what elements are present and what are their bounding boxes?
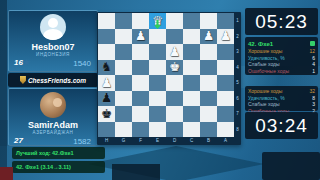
file-label: D xyxy=(166,137,183,145)
player-card-black: SamirAdam АЗЕРБАЙДЖАН 27★ 1582 xyxy=(8,88,98,146)
square-g7[interactable] xyxy=(115,106,132,122)
square-h8[interactable] xyxy=(98,122,115,138)
square-b8[interactable] xyxy=(200,122,217,138)
square-h3[interactable] xyxy=(98,44,115,60)
square-a3[interactable] xyxy=(217,44,234,60)
square-a4[interactable] xyxy=(217,60,234,76)
white-pawn: ♟ xyxy=(220,30,231,43)
star-icon: ★ xyxy=(23,136,30,145)
avatar-silhouette xyxy=(43,29,63,40)
move-eval-text: 42. Фxe1 (3.14→3.11) xyxy=(16,164,71,170)
white-player-name: Hesbon07 xyxy=(9,42,97,52)
rank-label: 7 xyxy=(234,106,241,122)
square-e1[interactable]: ♛ xyxy=(149,13,166,29)
square-b1[interactable] xyxy=(200,13,217,29)
square-g1[interactable] xyxy=(115,13,132,29)
file-label: C xyxy=(183,137,200,145)
square-d1[interactable] xyxy=(166,13,183,29)
square-f5[interactable] xyxy=(132,75,149,91)
rank-label: 5 xyxy=(234,75,241,91)
square-f3[interactable] xyxy=(132,44,149,60)
square-c8[interactable] xyxy=(183,122,200,138)
square-c1[interactable] xyxy=(183,13,200,29)
avatar-photo xyxy=(53,98,62,107)
good-move-indicator-icon xyxy=(310,41,315,46)
square-h4[interactable]: ♞ xyxy=(98,60,115,76)
logo-text: ChessFriends.com xyxy=(28,77,86,84)
black-player-country: АЗЕРБАЙДЖАН xyxy=(9,130,97,135)
black-stats-panel: Хорошие ходы32 Удачливость, %8 Слабые хо… xyxy=(245,86,318,111)
square-g2[interactable] xyxy=(115,29,132,45)
file-label: G xyxy=(115,137,132,145)
square-h2[interactable] xyxy=(98,29,115,45)
file-label: E xyxy=(149,137,166,145)
move-eval-banner: 42. Фxe1 (3.14→3.11) xyxy=(12,161,105,173)
white-pawn: ♟ xyxy=(203,30,214,43)
square-e7[interactable] xyxy=(149,106,166,122)
best-move-text: Лучший ход: 42.Фxe1 xyxy=(16,150,74,156)
square-c4[interactable] xyxy=(183,60,200,76)
square-f2[interactable]: ♟ xyxy=(132,29,149,45)
square-d3[interactable]: ♟ xyxy=(166,44,183,60)
square-e3[interactable] xyxy=(149,44,166,60)
square-c3[interactable] xyxy=(183,44,200,60)
square-a2[interactable]: ♟ xyxy=(217,29,234,45)
black-king: ♚ xyxy=(101,108,112,121)
square-f6[interactable] xyxy=(132,91,149,107)
square-h6[interactable]: ♟ xyxy=(98,91,115,107)
black-player-rating: 1582 xyxy=(73,137,91,146)
player-card-white: Hesbon07 ИНДОНЕЗИЯ 16★ 1540 xyxy=(8,10,98,72)
square-e2[interactable] xyxy=(149,29,166,45)
square-f8[interactable] xyxy=(132,122,149,138)
square-g5[interactable] xyxy=(115,75,132,91)
star-icon: ★ xyxy=(23,58,30,67)
avatar-black-player[interactable] xyxy=(40,92,66,118)
shield-icon xyxy=(20,76,26,84)
black-knight: ♞ xyxy=(101,61,112,74)
black-player-name: SamirAdam xyxy=(9,120,97,130)
square-b2[interactable]: ♟ xyxy=(200,29,217,45)
best-move-banner: Лучший ход: 42.Фxe1 xyxy=(12,147,105,159)
rank-label: 4 xyxy=(234,60,241,76)
rank-label: 8 xyxy=(234,122,241,138)
last-move-header: 42. Фxe1 xyxy=(248,39,315,48)
square-g8[interactable] xyxy=(115,122,132,138)
file-label: F xyxy=(132,137,149,145)
square-b6[interactable] xyxy=(200,91,217,107)
bottom-right-dark-box xyxy=(262,152,320,180)
white-stats-panel: 42. Фxe1 Хорошие ходы12 Удачливость, %6 … xyxy=(245,37,318,75)
file-label: H xyxy=(98,137,115,145)
rank-label: 3 xyxy=(234,44,241,60)
black-player-stars: 27★ xyxy=(14,136,30,145)
bottom-dark-box xyxy=(112,164,160,180)
chess-board: ♛♟♟♟♟♞♚♟♟♚ xyxy=(98,13,234,137)
last-move-label: 42. Фxe1 xyxy=(248,41,273,47)
square-b5[interactable] xyxy=(200,75,217,91)
rank-labels: 12345678 xyxy=(234,13,241,137)
square-a5[interactable] xyxy=(217,75,234,91)
square-d4[interactable]: ♚ xyxy=(166,60,183,76)
square-f4[interactable] xyxy=(132,60,149,76)
square-a7[interactable] xyxy=(217,106,234,122)
square-b4[interactable] xyxy=(200,60,217,76)
chessfriends-game-screen: Hesbon07 ИНДОНЕЗИЯ 16★ 1540 ChessFriends… xyxy=(0,0,320,180)
white-king: ♚ xyxy=(169,61,180,74)
avatar-silhouette xyxy=(48,18,58,28)
square-g3[interactable] xyxy=(115,44,132,60)
avatar-white-player[interactable] xyxy=(40,14,66,40)
white-player-stars: 16★ xyxy=(14,58,30,67)
square-a8[interactable] xyxy=(217,122,234,138)
white-player-rating: 1540 xyxy=(73,59,91,68)
white-clock: 05:23 xyxy=(245,8,318,35)
chessfriends-logo[interactable]: ChessFriends.com xyxy=(8,73,98,87)
square-c7[interactable] xyxy=(183,106,200,122)
square-h5[interactable]: ♟ xyxy=(98,75,115,91)
square-d8[interactable] xyxy=(166,122,183,138)
white-pawn: ♟ xyxy=(135,30,146,43)
square-e6[interactable] xyxy=(149,91,166,107)
rank-label: 1 xyxy=(234,13,241,29)
square-f1[interactable] xyxy=(132,13,149,29)
white-pawn: ♟ xyxy=(169,46,180,59)
square-a1[interactable] xyxy=(217,13,234,29)
square-d7[interactable] xyxy=(166,106,183,122)
square-d6[interactable] xyxy=(166,91,183,107)
file-labels: HGFEDCBA xyxy=(98,137,234,145)
square-c5[interactable] xyxy=(183,75,200,91)
left-edge-strip xyxy=(0,0,7,180)
square-h7[interactable]: ♚ xyxy=(98,106,115,122)
square-e4[interactable] xyxy=(149,60,166,76)
square-f7[interactable] xyxy=(132,106,149,122)
square-b3[interactable] xyxy=(200,44,217,60)
square-a6[interactable] xyxy=(217,91,234,107)
square-g4[interactable] xyxy=(115,60,132,76)
file-label: B xyxy=(200,137,217,145)
square-e8[interactable] xyxy=(149,122,166,138)
square-g6[interactable] xyxy=(115,91,132,107)
black-pawn: ♟ xyxy=(101,92,112,105)
square-e5[interactable] xyxy=(149,75,166,91)
white-pawn: ♟ xyxy=(101,77,112,90)
chess-board-frame: ♛♟♟♟♟♞♚♟♟♚ 12345678 HGFEDCBA xyxy=(97,12,241,145)
stat-row-mistakes: Ошибочные ходы1 xyxy=(248,68,315,75)
black-clock: 03:24 xyxy=(245,112,318,139)
corner-red-box xyxy=(0,167,13,180)
square-b7[interactable] xyxy=(200,106,217,122)
square-c2[interactable] xyxy=(183,29,200,45)
rank-label: 2 xyxy=(234,29,241,45)
rank-label: 6 xyxy=(234,91,241,107)
square-d2[interactable] xyxy=(166,29,183,45)
square-h1[interactable] xyxy=(98,13,115,29)
square-c6[interactable] xyxy=(183,91,200,107)
square-d5[interactable] xyxy=(166,75,183,91)
file-label: A xyxy=(217,137,234,145)
white-player-country: ИНДОНЕЗИЯ xyxy=(9,52,97,57)
